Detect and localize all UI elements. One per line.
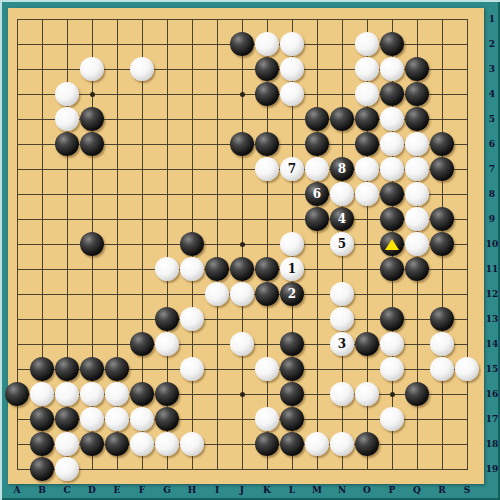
stone-black-P2[interactable] <box>380 32 404 56</box>
stone-black-B17[interactable] <box>30 407 54 431</box>
stone-white-N16[interactable] <box>330 382 354 406</box>
intersection-J16[interactable] <box>230 382 255 407</box>
intersection-K14[interactable] <box>255 332 280 357</box>
intersection-O1[interactable] <box>355 7 380 32</box>
intersection-L9[interactable] <box>280 207 305 232</box>
intersection-I4[interactable] <box>205 82 230 107</box>
intersection-P18[interactable] <box>380 432 405 457</box>
intersection-H5[interactable] <box>180 107 205 132</box>
stone-white-F17[interactable] <box>130 407 154 431</box>
intersection-G10[interactable] <box>155 232 180 257</box>
stone-black-N9[interactable]: 4 <box>330 207 354 231</box>
intersection-I5[interactable] <box>205 107 230 132</box>
intersection-Q13[interactable] <box>405 307 430 332</box>
intersection-A7[interactable] <box>5 157 30 182</box>
stone-black-N5[interactable] <box>330 107 354 131</box>
intersection-R3[interactable] <box>430 57 455 82</box>
stone-white-O16[interactable] <box>355 382 379 406</box>
stone-black-L12[interactable]: 2 <box>280 282 304 306</box>
intersection-D13[interactable] <box>80 307 105 332</box>
intersection-Q12[interactable] <box>405 282 430 307</box>
intersection-D8[interactable] <box>80 182 105 207</box>
intersection-N15[interactable] <box>330 357 355 382</box>
stone-black-R10[interactable] <box>430 232 454 256</box>
stone-white-P7[interactable] <box>380 157 404 181</box>
intersection-R16[interactable] <box>430 382 455 407</box>
intersection-E4[interactable] <box>105 82 130 107</box>
stone-black-B15[interactable] <box>30 357 54 381</box>
intersection-I7[interactable] <box>205 157 230 182</box>
intersection-S17[interactable] <box>455 407 480 432</box>
stone-black-Q3[interactable] <box>405 57 429 81</box>
stone-black-R13[interactable] <box>430 307 454 331</box>
stone-white-C18[interactable] <box>55 432 79 456</box>
stone-white-G11[interactable] <box>155 257 179 281</box>
stone-black-L14[interactable] <box>280 332 304 356</box>
intersection-D4[interactable] <box>80 82 105 107</box>
stone-black-L17[interactable] <box>280 407 304 431</box>
intersection-A17[interactable] <box>5 407 30 432</box>
intersection-E1[interactable] <box>105 7 130 32</box>
intersection-M4[interactable] <box>305 82 330 107</box>
stone-black-M6[interactable] <box>305 132 329 156</box>
intersection-B5[interactable] <box>30 107 55 132</box>
intersection-J10[interactable] <box>230 232 255 257</box>
stone-white-C19[interactable] <box>55 457 79 481</box>
intersection-A11[interactable] <box>5 257 30 282</box>
intersection-N2[interactable] <box>330 32 355 57</box>
stone-white-Q9[interactable] <box>405 207 429 231</box>
intersection-L5[interactable] <box>280 107 305 132</box>
stone-white-H15[interactable] <box>180 357 204 381</box>
intersection-F4[interactable] <box>130 82 155 107</box>
intersection-C13[interactable] <box>55 307 80 332</box>
stone-white-O8[interactable] <box>355 182 379 206</box>
intersection-J17[interactable] <box>230 407 255 432</box>
stone-white-H11[interactable] <box>180 257 204 281</box>
stone-black-G17[interactable] <box>155 407 179 431</box>
intersection-J18[interactable] <box>230 432 255 457</box>
stone-black-Q4[interactable] <box>405 82 429 106</box>
stone-white-K2[interactable] <box>255 32 279 56</box>
intersection-I3[interactable] <box>205 57 230 82</box>
stone-black-C15[interactable] <box>55 357 79 381</box>
intersection-Q19[interactable] <box>405 457 430 482</box>
stone-black-R7[interactable] <box>430 157 454 181</box>
stone-white-O2[interactable] <box>355 32 379 56</box>
stone-black-Q16[interactable] <box>405 382 429 406</box>
intersection-C2[interactable] <box>55 32 80 57</box>
intersection-L6[interactable] <box>280 132 305 157</box>
stone-white-F18[interactable] <box>130 432 154 456</box>
intersection-K9[interactable] <box>255 207 280 232</box>
stone-black-N7[interactable]: 8 <box>330 157 354 181</box>
stone-black-P13[interactable] <box>380 307 404 331</box>
intersection-S12[interactable] <box>455 282 480 307</box>
intersection-A19[interactable] <box>5 457 30 482</box>
intersection-Q1[interactable] <box>405 7 430 32</box>
intersection-L1[interactable] <box>280 7 305 32</box>
stone-white-K7[interactable] <box>255 157 279 181</box>
stone-black-P11[interactable] <box>380 257 404 281</box>
intersection-F7[interactable] <box>130 157 155 182</box>
intersection-E13[interactable] <box>105 307 130 332</box>
stone-white-E16[interactable] <box>105 382 129 406</box>
stone-white-L3[interactable] <box>280 57 304 81</box>
stone-white-I12[interactable] <box>205 282 229 306</box>
intersection-N19[interactable] <box>330 457 355 482</box>
intersection-O19[interactable] <box>355 457 380 482</box>
intersection-G2[interactable] <box>155 32 180 57</box>
stone-black-O6[interactable] <box>355 132 379 156</box>
intersection-A1[interactable] <box>5 7 30 32</box>
stone-white-M7[interactable] <box>305 157 329 181</box>
intersection-O9[interactable] <box>355 207 380 232</box>
intersection-H1[interactable] <box>180 7 205 32</box>
intersection-E10[interactable] <box>105 232 130 257</box>
intersection-A5[interactable] <box>5 107 30 132</box>
stone-white-D17[interactable] <box>80 407 104 431</box>
intersection-S7[interactable] <box>455 157 480 182</box>
intersection-D9[interactable] <box>80 207 105 232</box>
intersection-H6[interactable] <box>180 132 205 157</box>
intersection-H7[interactable] <box>180 157 205 182</box>
stone-white-D3[interactable] <box>80 57 104 81</box>
intersection-O13[interactable] <box>355 307 380 332</box>
intersection-C8[interactable] <box>55 182 80 207</box>
intersection-F5[interactable] <box>130 107 155 132</box>
stone-black-J11[interactable] <box>230 257 254 281</box>
stone-white-N8[interactable] <box>330 182 354 206</box>
intersection-R17[interactable] <box>430 407 455 432</box>
intersection-S13[interactable] <box>455 307 480 332</box>
stone-black-R6[interactable] <box>430 132 454 156</box>
intersection-G7[interactable] <box>155 157 180 182</box>
stone-white-N10[interactable]: 5 <box>330 232 354 256</box>
intersection-F15[interactable] <box>130 357 155 382</box>
intersection-H17[interactable] <box>180 407 205 432</box>
stone-black-M5[interactable] <box>305 107 329 131</box>
intersection-C9[interactable] <box>55 207 80 232</box>
stone-black-L15[interactable] <box>280 357 304 381</box>
intersection-S9[interactable] <box>455 207 480 232</box>
intersection-H16[interactable] <box>180 382 205 407</box>
intersection-B3[interactable] <box>30 57 55 82</box>
intersection-I1[interactable] <box>205 7 230 32</box>
intersection-M12[interactable] <box>305 282 330 307</box>
intersection-I10[interactable] <box>205 232 230 257</box>
intersection-B11[interactable] <box>30 257 55 282</box>
stone-white-C4[interactable] <box>55 82 79 106</box>
stone-black-F16[interactable] <box>130 382 154 406</box>
stone-white-H13[interactable] <box>180 307 204 331</box>
intersection-R18[interactable] <box>430 432 455 457</box>
intersection-A4[interactable] <box>5 82 30 107</box>
intersection-H14[interactable] <box>180 332 205 357</box>
stone-black-Q5[interactable] <box>405 107 429 131</box>
intersection-O10[interactable] <box>355 232 380 257</box>
intersection-E14[interactable] <box>105 332 130 357</box>
stone-white-N14[interactable]: 3 <box>330 332 354 356</box>
intersection-E6[interactable] <box>105 132 130 157</box>
intersection-C1[interactable] <box>55 7 80 32</box>
intersection-A8[interactable] <box>5 182 30 207</box>
intersection-M2[interactable] <box>305 32 330 57</box>
intersection-L19[interactable] <box>280 457 305 482</box>
intersection-I16[interactable] <box>205 382 230 407</box>
stone-white-G18[interactable] <box>155 432 179 456</box>
intersection-B2[interactable] <box>30 32 55 57</box>
intersection-Q18[interactable] <box>405 432 430 457</box>
intersection-F13[interactable] <box>130 307 155 332</box>
intersection-S2[interactable] <box>455 32 480 57</box>
stone-white-P3[interactable] <box>380 57 404 81</box>
stone-white-N12[interactable] <box>330 282 354 306</box>
intersection-H19[interactable] <box>180 457 205 482</box>
stone-black-O14[interactable] <box>355 332 379 356</box>
intersection-F12[interactable] <box>130 282 155 307</box>
stone-white-J14[interactable] <box>230 332 254 356</box>
intersection-J5[interactable] <box>230 107 255 132</box>
intersection-G19[interactable] <box>155 457 180 482</box>
stone-black-K18[interactable] <box>255 432 279 456</box>
intersection-B8[interactable] <box>30 182 55 207</box>
stone-black-I11[interactable] <box>205 257 229 281</box>
intersection-E7[interactable] <box>105 157 130 182</box>
intersection-H12[interactable] <box>180 282 205 307</box>
stone-white-S15[interactable] <box>455 357 479 381</box>
intersection-R11[interactable] <box>430 257 455 282</box>
stone-white-J12[interactable] <box>230 282 254 306</box>
stone-white-P14[interactable] <box>380 332 404 356</box>
stone-white-L4[interactable] <box>280 82 304 106</box>
intersection-A15[interactable] <box>5 357 30 382</box>
intersection-M14[interactable] <box>305 332 330 357</box>
stone-black-K11[interactable] <box>255 257 279 281</box>
stone-white-O7[interactable] <box>355 157 379 181</box>
intersection-D11[interactable] <box>80 257 105 282</box>
intersection-O11[interactable] <box>355 257 380 282</box>
intersection-B13[interactable] <box>30 307 55 332</box>
stone-white-N13[interactable] <box>330 307 354 331</box>
intersection-S6[interactable] <box>455 132 480 157</box>
stone-black-P9[interactable] <box>380 207 404 231</box>
stone-white-O3[interactable] <box>355 57 379 81</box>
intersection-S14[interactable] <box>455 332 480 357</box>
intersection-G3[interactable] <box>155 57 180 82</box>
stone-white-Q10[interactable] <box>405 232 429 256</box>
stone-black-J6[interactable] <box>230 132 254 156</box>
intersection-L13[interactable] <box>280 307 305 332</box>
intersection-G6[interactable] <box>155 132 180 157</box>
stone-white-R14[interactable] <box>430 332 454 356</box>
intersection-A10[interactable] <box>5 232 30 257</box>
intersection-E12[interactable] <box>105 282 130 307</box>
stone-white-O4[interactable] <box>355 82 379 106</box>
intersection-M13[interactable] <box>305 307 330 332</box>
intersection-K8[interactable] <box>255 182 280 207</box>
intersection-R4[interactable] <box>430 82 455 107</box>
intersection-K13[interactable] <box>255 307 280 332</box>
stone-black-L18[interactable] <box>280 432 304 456</box>
intersection-N11[interactable] <box>330 257 355 282</box>
intersection-H2[interactable] <box>180 32 205 57</box>
intersection-R1[interactable] <box>430 7 455 32</box>
intersection-R19[interactable] <box>430 457 455 482</box>
stone-white-P15[interactable] <box>380 357 404 381</box>
intersection-D1[interactable] <box>80 7 105 32</box>
intersection-Q17[interactable] <box>405 407 430 432</box>
intersection-S3[interactable] <box>455 57 480 82</box>
stone-black-M8[interactable]: 6 <box>305 182 329 206</box>
intersection-K1[interactable] <box>255 7 280 32</box>
stone-black-H10[interactable] <box>180 232 204 256</box>
intersection-S8[interactable] <box>455 182 480 207</box>
intersection-B14[interactable] <box>30 332 55 357</box>
intersection-C11[interactable] <box>55 257 80 282</box>
intersection-E11[interactable] <box>105 257 130 282</box>
stone-white-K15[interactable] <box>255 357 279 381</box>
intersection-S18[interactable] <box>455 432 480 457</box>
intersection-E19[interactable] <box>105 457 130 482</box>
stone-black-Q11[interactable] <box>405 257 429 281</box>
stone-white-K17[interactable] <box>255 407 279 431</box>
intersection-G9[interactable] <box>155 207 180 232</box>
intersection-A13[interactable] <box>5 307 30 332</box>
intersection-H9[interactable] <box>180 207 205 232</box>
stone-white-N18[interactable] <box>330 432 354 456</box>
stone-white-Q8[interactable] <box>405 182 429 206</box>
intersection-D12[interactable] <box>80 282 105 307</box>
stone-black-G13[interactable] <box>155 307 179 331</box>
stone-white-B16[interactable] <box>30 382 54 406</box>
intersection-N6[interactable] <box>330 132 355 157</box>
stone-white-L7[interactable]: 7 <box>280 157 304 181</box>
intersection-A3[interactable] <box>5 57 30 82</box>
stone-black-M9[interactable] <box>305 207 329 231</box>
stone-black-P4[interactable] <box>380 82 404 106</box>
intersection-I19[interactable] <box>205 457 230 482</box>
intersection-K5[interactable] <box>255 107 280 132</box>
stone-black-P10[interactable] <box>380 232 404 256</box>
intersection-H3[interactable] <box>180 57 205 82</box>
intersection-S19[interactable] <box>455 457 480 482</box>
intersection-M16[interactable] <box>305 382 330 407</box>
intersection-F6[interactable] <box>130 132 155 157</box>
intersection-J3[interactable] <box>230 57 255 82</box>
intersection-O15[interactable] <box>355 357 380 382</box>
intersection-Q2[interactable] <box>405 32 430 57</box>
intersection-S11[interactable] <box>455 257 480 282</box>
stone-black-D15[interactable] <box>80 357 104 381</box>
stone-white-P5[interactable] <box>380 107 404 131</box>
intersection-D2[interactable] <box>80 32 105 57</box>
stone-black-O18[interactable] <box>355 432 379 456</box>
intersection-D14[interactable] <box>80 332 105 357</box>
intersection-S16[interactable] <box>455 382 480 407</box>
stone-black-P8[interactable] <box>380 182 404 206</box>
stone-white-D16[interactable] <box>80 382 104 406</box>
stone-black-F14[interactable] <box>130 332 154 356</box>
intersection-D19[interactable] <box>80 457 105 482</box>
stone-black-K6[interactable] <box>255 132 279 156</box>
stone-white-Q6[interactable] <box>405 132 429 156</box>
stone-black-B19[interactable] <box>30 457 54 481</box>
intersection-G1[interactable] <box>155 7 180 32</box>
intersection-F9[interactable] <box>130 207 155 232</box>
intersection-I2[interactable] <box>205 32 230 57</box>
intersection-N4[interactable] <box>330 82 355 107</box>
intersection-E9[interactable] <box>105 207 130 232</box>
intersection-D7[interactable] <box>80 157 105 182</box>
intersection-I14[interactable] <box>205 332 230 357</box>
stone-white-F3[interactable] <box>130 57 154 81</box>
stone-white-L11[interactable]: 1 <box>280 257 304 281</box>
intersection-M19[interactable] <box>305 457 330 482</box>
intersection-M11[interactable] <box>305 257 330 282</box>
stone-white-M18[interactable] <box>305 432 329 456</box>
stone-black-A16[interactable] <box>5 382 29 406</box>
intersection-C10[interactable] <box>55 232 80 257</box>
intersection-F11[interactable] <box>130 257 155 282</box>
intersection-K16[interactable] <box>255 382 280 407</box>
stone-black-K3[interactable] <box>255 57 279 81</box>
stone-black-E15[interactable] <box>105 357 129 381</box>
intersection-H8[interactable] <box>180 182 205 207</box>
intersection-K19[interactable] <box>255 457 280 482</box>
intersection-M17[interactable] <box>305 407 330 432</box>
intersection-B7[interactable] <box>30 157 55 182</box>
intersection-O17[interactable] <box>355 407 380 432</box>
intersection-R2[interactable] <box>430 32 455 57</box>
stone-black-J2[interactable] <box>230 32 254 56</box>
intersection-A9[interactable] <box>5 207 30 232</box>
stone-black-E18[interactable] <box>105 432 129 456</box>
intersection-J7[interactable] <box>230 157 255 182</box>
intersection-O12[interactable] <box>355 282 380 307</box>
stone-black-C6[interactable] <box>55 132 79 156</box>
intersection-M15[interactable] <box>305 357 330 382</box>
intersection-S1[interactable] <box>455 7 480 32</box>
intersection-G8[interactable] <box>155 182 180 207</box>
intersection-J19[interactable] <box>230 457 255 482</box>
intersection-P19[interactable] <box>380 457 405 482</box>
stone-white-C5[interactable] <box>55 107 79 131</box>
stone-white-G14[interactable] <box>155 332 179 356</box>
intersection-P12[interactable] <box>380 282 405 307</box>
intersection-F1[interactable] <box>130 7 155 32</box>
intersection-I9[interactable] <box>205 207 230 232</box>
intersection-M1[interactable] <box>305 7 330 32</box>
intersection-S10[interactable] <box>455 232 480 257</box>
intersection-I17[interactable] <box>205 407 230 432</box>
intersection-A6[interactable] <box>5 132 30 157</box>
intersection-N3[interactable] <box>330 57 355 82</box>
stone-black-O5[interactable] <box>355 107 379 131</box>
intersection-L8[interactable] <box>280 182 305 207</box>
intersection-J9[interactable] <box>230 207 255 232</box>
stone-white-E17[interactable] <box>105 407 129 431</box>
stone-white-L2[interactable] <box>280 32 304 56</box>
intersection-I15[interactable] <box>205 357 230 382</box>
intersection-G15[interactable] <box>155 357 180 382</box>
intersection-J8[interactable] <box>230 182 255 207</box>
stone-black-D5[interactable] <box>80 107 104 131</box>
intersection-B10[interactable] <box>30 232 55 257</box>
intersection-A12[interactable] <box>5 282 30 307</box>
stone-black-B18[interactable] <box>30 432 54 456</box>
intersection-P16[interactable] <box>380 382 405 407</box>
